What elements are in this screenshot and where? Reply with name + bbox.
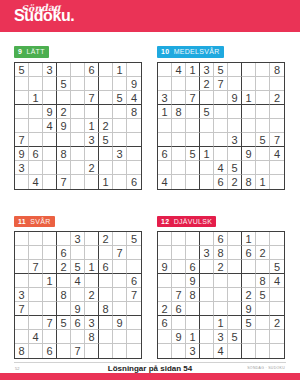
sudoku-cell [127,147,141,161]
sudoku-cell [186,246,200,260]
sudoku-cell [158,77,172,91]
sudoku-cell [158,133,172,147]
sudoku-cell [172,77,186,91]
sudoku-cell [186,161,200,175]
sudoku-cell [85,274,99,288]
sudoku-cell [127,161,141,175]
sudoku-cell [71,175,85,189]
sudoku-cell: 7 [43,316,57,330]
sudoku-cell: 9 [43,105,57,119]
sudoku-cell [172,316,186,330]
sudoku-cell: 1 [200,147,214,161]
sudoku-cell: 1 [113,63,127,77]
sudoku-cell [256,63,270,77]
sudoku-cell [29,246,43,260]
sudoku-cell [228,232,242,246]
sudoku-cell: 5 [214,63,228,77]
sudoku-cell [200,330,214,344]
sudoku-cell [29,133,43,147]
sudoku-cell [158,246,172,260]
sudoku-cell: 5 [99,133,113,147]
masthead: Söndag Sudoku. [0,0,300,32]
puzzle-block-10: 10 MEDELSVÅR 413582737912185357651944546… [157,40,286,190]
sudoku-cell [256,316,270,330]
sudoku-cell [242,133,256,147]
sudoku-cell: 3 [15,288,29,302]
sudoku-cell: 7 [186,91,200,105]
sudoku-cell [158,161,172,175]
sudoku-cell [214,147,228,161]
sudoku-cell [228,147,242,161]
sudoku-cell [242,260,256,274]
sudoku-cell: 2 [99,232,113,246]
sudoku-cell: 9 [127,77,141,91]
sudoku-cell: 9 [186,274,200,288]
sudoku-cell [200,91,214,105]
sudoku-cell: 6 [29,147,43,161]
sudoku-cell: 5 [242,316,256,330]
sudoku-cell: 5 [71,260,85,274]
sudoku-cell: 2 [214,260,228,274]
sudoku-cell [270,175,284,189]
sudoku-cell [158,288,172,302]
sudoku-cell: 5 [15,63,29,77]
sudoku-cell: 8 [172,105,186,119]
sudoku-cell: 7 [127,288,141,302]
sudoku-cell [200,260,214,274]
sudoku-cell [127,302,141,316]
sudoku-cell [256,161,270,175]
sudoku-cell [270,161,284,175]
sudoku-cell [71,246,85,260]
sudoku-cell: 7 [270,133,284,147]
sudoku-cell [57,232,71,246]
sudoku-cell [85,302,99,316]
sudoku-cell [99,105,113,119]
sudoku-cell: 2 [270,316,284,330]
sudoku-cell [85,105,99,119]
sudoku-cell [186,77,200,91]
sudoku-cell [29,302,43,316]
sudoku-cell: 9 [57,119,71,133]
sudoku-cell [228,105,242,119]
sudoku-cell: 8 [57,288,71,302]
puzzle-block-12: 12 DJÄVULSK 6138629625984782526961529135… [157,210,286,360]
sudoku-cell [113,302,127,316]
sudoku-cell: 7 [15,133,29,147]
sudoku-cell [29,274,43,288]
puzzle-number: 12 [161,218,169,225]
sudoku-cell [85,246,99,260]
sudoku-cell: 8 [242,175,256,189]
difficulty-badge-latt: 9 LÄTT [14,46,49,58]
sudoku-cell: 9 [158,260,172,274]
difficulty-label: DJÄVULSK [174,218,213,225]
sudoku-cell: 8 [214,246,228,260]
sudoku-cell [214,119,228,133]
sudoku-cell: 2 [242,288,256,302]
sudoku-cell [172,175,186,189]
sudoku-cell: 4 [71,274,85,288]
sudoku-cell: 6 [99,260,113,274]
sudoku-cell: 6 [214,232,228,246]
sudoku-cell [99,91,113,105]
sudoku-cell [113,105,127,119]
sudoku-cell: 5 [113,91,127,105]
sudoku-cell [214,302,228,316]
sudoku-cell [200,302,214,316]
sudoku-cell [15,246,29,260]
sudoku-cell: 4 [127,91,141,105]
sudoku-cell [172,161,186,175]
sudoku-board-hard: 325677251614638277987563948867 [14,231,142,359]
sudoku-cell: 1 [214,316,228,330]
sudoku-cell [99,274,113,288]
sudoku-cell [57,330,71,344]
sudoku-cell [43,246,57,260]
sudoku-cell: 3 [158,91,172,105]
sudoku-cell [172,91,186,105]
page-footer: 52 Lösningar på sidan 54 SÖNDAG · SUDOKU [0,356,300,380]
sudoku-cell [158,274,172,288]
sudoku-cell [29,119,43,133]
sudoku-cell [172,232,186,246]
sudoku-cell [85,232,99,246]
sudoku-cell: 8 [186,288,200,302]
difficulty-badge-djavulsk: 12 DJÄVULSK [157,216,216,228]
sudoku-cell: 2 [270,91,284,105]
sudoku-cell [85,147,99,161]
puzzle-number: 10 [161,48,169,55]
sudoku-cell [172,147,186,161]
sudoku-cell [256,302,270,316]
sudoku-cell [57,91,71,105]
difficulty-label: LÄTT [26,48,44,55]
sudoku-cell [214,288,228,302]
sudoku-cell [200,175,214,189]
sudoku-cell: 5 [256,288,270,302]
sudoku-cell [43,260,57,274]
sudoku-cell: 6 [158,147,172,161]
sudoku-cell: 3 [214,330,228,344]
sudoku-cell [186,302,200,316]
sudoku-cell [29,232,43,246]
sudoku-cell [256,77,270,91]
sudoku-cell: 5 [270,260,284,274]
sudoku-cell [200,133,214,147]
sudoku-cell: 9 [242,302,256,316]
sudoku-cell [127,330,141,344]
sudoku-cell [15,316,29,330]
sudoku-cell: 5 [57,77,71,91]
sudoku-cell [242,274,256,288]
sudoku-cell [256,330,270,344]
sudoku-cell [158,119,172,133]
sudoku-cell [15,77,29,91]
footer-folio: SÖNDAG · SUDOKU [247,366,285,370]
sudoku-cell [242,77,256,91]
sudoku-cell [57,274,71,288]
sudoku-cell [85,175,99,189]
sudoku-cell [256,105,270,119]
sudoku-cell [200,232,214,246]
sudoku-cell [99,77,113,91]
difficulty-label: SVÅR [30,218,50,225]
sudoku-cell [43,330,57,344]
sudoku-cell [242,330,256,344]
sudoku-cell [71,119,85,133]
sudoku-cell [200,316,214,330]
sudoku-cell: 9 [71,302,85,316]
sudoku-cell [71,91,85,105]
sudoku-cell [172,119,186,133]
sudoku-cell [15,91,29,105]
sudoku-cell [270,119,284,133]
sudoku-cell [113,274,127,288]
sudoku-board-easy: 536159175492849127359683324716 [14,62,142,190]
sudoku-cell [99,63,113,77]
sudoku-cell [113,77,127,91]
sudoku-cell: 9 [15,147,29,161]
sudoku-cell [15,274,29,288]
sudoku-cell [43,288,57,302]
sudoku-cell [127,246,141,260]
sudoku-cell: 1 [43,274,57,288]
sudoku-cell [270,330,284,344]
sudoku-cell: 5 [228,161,242,175]
sudoku-cell [15,260,29,274]
sudoku-cell: 6 [242,246,256,260]
sudoku-cell: 6 [127,274,141,288]
sudoku-cell: 2 [99,119,113,133]
sudoku-cell: 4 [270,274,284,288]
sudoku-cell: 2 [85,288,99,302]
sudoku-cell: 1 [242,91,256,105]
sudoku-cell [270,302,284,316]
sudoku-cell [228,246,242,260]
sudoku-cell: 8 [99,302,113,316]
sudoku-cell [186,105,200,119]
sudoku-cell: 7 [113,246,127,260]
sudoku-cell [256,147,270,161]
sudoku-cell [270,288,284,302]
sudoku-cell: 7 [15,302,29,316]
sudoku-cell: 3 [228,133,242,147]
difficulty-badge-svar: 11 SVÅR [14,216,55,228]
sudoku-cell [71,330,85,344]
sudoku-cell [242,161,256,175]
sudoku-cell [71,133,85,147]
sudoku-cell [256,232,270,246]
sudoku-cell [186,232,200,246]
sudoku-cell: 4 [29,330,43,344]
sudoku-cell: 1 [186,330,200,344]
sudoku-cell: 1 [158,105,172,119]
sudoku-cell [71,63,85,77]
sudoku-cell: 1 [29,91,43,105]
sudoku-cell: 9 [113,316,127,330]
sudoku-cell: 6 [57,246,71,260]
sudoku-cell [158,330,172,344]
sudoku-cell: 6 [172,302,186,316]
sudoku-cell [113,161,127,175]
sudoku-cell [270,105,284,119]
sudoku-cell [127,63,141,77]
sudoku-cell [113,175,127,189]
sudoku-cell: 7 [214,77,228,91]
sudoku-cell [127,119,141,133]
sudoku-cell [99,288,113,302]
sudoku-cell [29,77,43,91]
sudoku-cell [242,63,256,77]
footer-divider [14,362,286,363]
puzzle-number: 11 [18,218,26,225]
sudoku-cell: 3 [200,246,214,260]
sudoku-cell: 5 [256,133,270,147]
sudoku-cell: 5 [200,105,214,119]
sudoku-cell [158,232,172,246]
sudoku-cell [113,119,127,133]
sudoku-cell [29,161,43,175]
sudoku-cell [228,274,242,288]
sudoku-cell [186,133,200,147]
sudoku-cell [71,147,85,161]
sudoku-cell [172,133,186,147]
sudoku-cell: 2 [57,260,71,274]
sudoku-cell [71,161,85,175]
sudoku-cell [57,161,71,175]
sudoku-cell: 1 [85,119,99,133]
sudoku-cell [256,260,270,274]
sudoku-cell [113,232,127,246]
sudoku-cell [158,63,172,77]
sudoku-board-medium: 413582737912185357651944546281 [157,62,285,190]
sudoku-cell: 2 [200,77,214,91]
sudoku-cell [270,77,284,91]
sudoku-cell [270,246,284,260]
sudoku-cell [99,161,113,175]
sudoku-cell: 4 [270,147,284,161]
sudoku-cell [186,175,200,189]
sudoku-cell: 4 [214,161,228,175]
sudoku-logo: Söndag Sudoku. [14,3,74,24]
sudoku-cell: 3 [113,147,127,161]
sudoku-cell [57,133,71,147]
sudoku-cell [214,91,228,105]
sudoku-cell [214,274,228,288]
sudoku-cell [15,175,29,189]
sudoku-cell [228,77,242,91]
sudoku-cell [71,105,85,119]
sudoku-cell: 2 [256,246,270,260]
sudoku-cell [15,330,29,344]
sudoku-cell [200,288,214,302]
sudoku-cell [242,119,256,133]
sudoku-cell: 8 [85,330,99,344]
sudoku-cell: 7 [172,288,186,302]
sudoku-cell [43,161,57,175]
sudoku-cell [29,63,43,77]
sudoku-cell: 1 [186,63,200,77]
sudoku-cell [270,232,284,246]
sudoku-cell: 2 [57,105,71,119]
sudoku-cell: 3 [200,63,214,77]
sudoku-cell [242,105,256,119]
sudoku-cell [29,288,43,302]
sudoku-cell [57,63,71,77]
sudoku-cell [71,77,85,91]
magazine-page: Söndag Sudoku. 9 LÄTT 536159175492849127… [0,0,300,380]
sudoku-cell: 4 [172,63,186,77]
sudoku-cell: 6 [214,175,228,189]
sudoku-cell [29,316,43,330]
sudoku-cell: 1 [85,260,99,274]
sudoku-cell: 9 [242,147,256,161]
sudoku-cell: 8 [256,274,270,288]
sudoku-cell [127,316,141,330]
sudoku-board-devilish: 613862962598478252696152913534 [157,231,285,359]
sudoku-cell [186,316,200,330]
sudoku-cell: 1 [256,175,270,189]
sudoku-cell [127,260,141,274]
sudoku-cell [214,133,228,147]
sudoku-cell: 4 [43,119,57,133]
sudoku-cell: 8 [127,105,141,119]
puzzles-area: 9 LÄTT 536159175492849127359683324716 10… [0,32,300,359]
sudoku-cell [113,133,127,147]
sudoku-cell [43,302,57,316]
sudoku-cell: 7 [57,175,71,189]
sudoku-cell: 6 [158,316,172,330]
sudoku-cell [113,330,127,344]
sudoku-cell [15,105,29,119]
sudoku-cell [172,274,186,288]
sudoku-cell [113,288,127,302]
difficulty-label: MEDELSVÅR [174,48,220,55]
sudoku-cell [43,175,57,189]
sudoku-cell: 2 [158,302,172,316]
sudoku-cell [214,105,228,119]
sudoku-cell [200,161,214,175]
footer-red-band [0,373,300,380]
sudoku-cell [15,232,29,246]
puzzle-block-9: 9 LÄTT 536159175492849127359683324716 [14,40,143,190]
sudoku-cell: 3 [15,161,29,175]
sudoku-cell: 8 [57,147,71,161]
sudoku-cell [99,246,113,260]
sudoku-cell [256,91,270,105]
puzzle-number: 9 [18,48,22,55]
sudoku-cell [99,147,113,161]
sudoku-cell [99,330,113,344]
sudoku-cell [113,260,127,274]
sudoku-cell: 3 [71,232,85,246]
sudoku-cell: 5 [127,232,141,246]
sudoku-cell: 6 [186,260,200,274]
sudoku-cell [43,77,57,91]
sudoku-cell [57,302,71,316]
sudoku-cell [200,119,214,133]
sudoku-cell [172,246,186,260]
sudoku-cell: 2 [85,161,99,175]
sudoku-cell: 5 [57,316,71,330]
sudoku-cell [15,119,29,133]
sudoku-cell: 3 [85,316,99,330]
sudoku-cell [99,316,113,330]
sudoku-cell [256,119,270,133]
sudoku-cell [85,77,99,91]
sudoku-cell: 1 [242,232,256,246]
